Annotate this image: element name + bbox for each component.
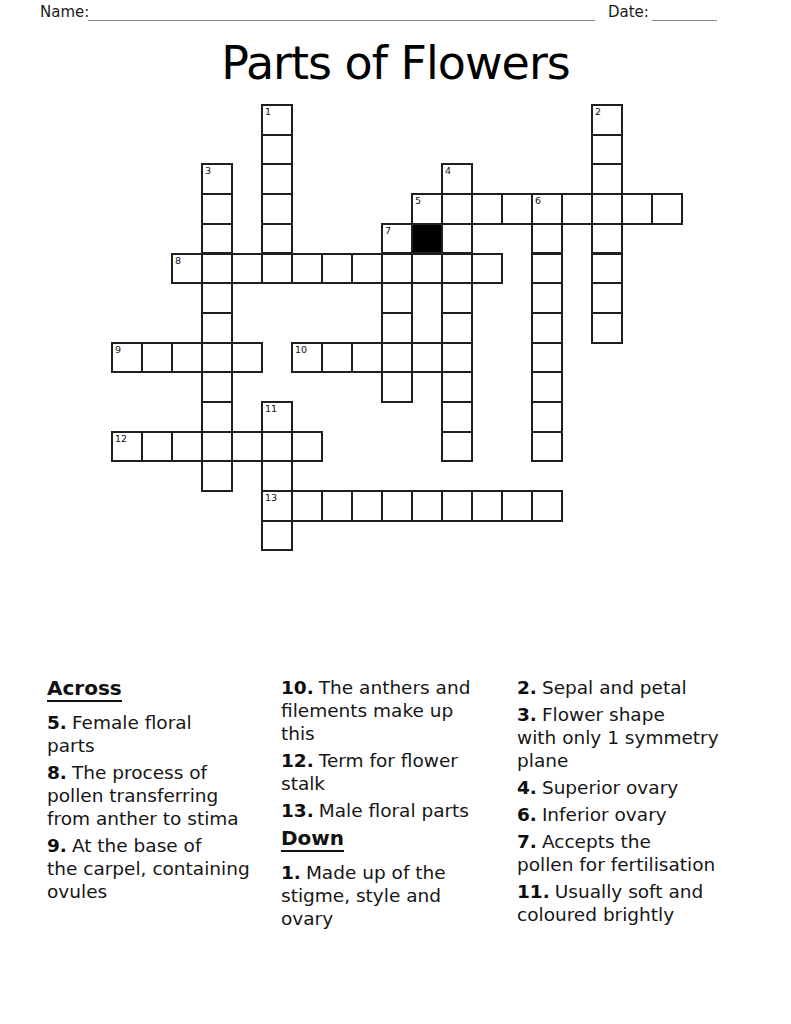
- cell-number: 7: [385, 225, 391, 236]
- clue-across-5: 5.Female floral parts: [47, 711, 283, 757]
- crossword-cell-r7c9[interactable]: [381, 312, 413, 344]
- crossword-cell-r4c5[interactable]: [261, 223, 293, 255]
- crossword-cell-r10c3[interactable]: [201, 401, 233, 433]
- crossword-cell-r3c18[interactable]: [651, 193, 683, 225]
- clue-down-4: 4.Superior ovary: [517, 776, 779, 799]
- crossword-cell-r1c16[interactable]: [591, 134, 623, 166]
- crossword-cell-r13c5[interactable]: 13: [261, 490, 293, 522]
- crossword-cell-r5c4[interactable]: [231, 253, 263, 285]
- clue-number: 12.: [281, 750, 314, 771]
- crossword-cell-r11c14[interactable]: [531, 431, 563, 463]
- crossword-cell-r13c11[interactable]: [441, 490, 473, 522]
- clue-down-6: 6.Inferior ovary: [517, 803, 779, 826]
- cell-number: 5: [415, 195, 421, 206]
- clue-down-7: 7.Accepts the pollen for fertilisation: [517, 830, 779, 876]
- crossword-cell-r8c4[interactable]: [231, 342, 263, 374]
- clue-down-3: 3.Flower shape with only 1 symmetry plan…: [517, 703, 779, 772]
- crossword-cell-r5c11[interactable]: [441, 253, 473, 285]
- clue-number: 2.: [517, 677, 537, 698]
- crossword-cell-r12c5[interactable]: [261, 460, 293, 492]
- crossword-cell-r11c4[interactable]: [231, 431, 263, 463]
- clue-number: 9.: [47, 835, 67, 856]
- clue-text: The process of pollen transferring from …: [47, 762, 239, 829]
- crossword-cell-r11c6[interactable]: [291, 431, 323, 463]
- name-label: Name:: [40, 3, 89, 21]
- crossword-cell-r11c1[interactable]: [141, 431, 173, 463]
- crossword-cell-r4c9[interactable]: 7: [381, 223, 413, 255]
- crossword-cell-r7c3[interactable]: [201, 312, 233, 344]
- crossword-cell-r13c9[interactable]: [381, 490, 413, 522]
- cell-number: 8: [175, 255, 181, 266]
- crossword-cell-r4c14[interactable]: [531, 223, 563, 255]
- crossword-cell-r11c11[interactable]: [441, 431, 473, 463]
- crossword-cell-r3c14[interactable]: 6: [531, 193, 563, 225]
- cell-number: 9: [115, 344, 121, 355]
- crossword-cell-r13c8[interactable]: [351, 490, 383, 522]
- clue-number: 13.: [281, 800, 314, 821]
- crossword-cell-r8c3[interactable]: [201, 342, 233, 374]
- crossword-cell-r5c16[interactable]: [591, 253, 623, 285]
- crossword-cell-r0c16[interactable]: 2: [591, 104, 623, 136]
- crossword-cell-r6c16[interactable]: [591, 282, 623, 314]
- clue-across-10: 10.The anthers and filements make up thi…: [281, 676, 517, 745]
- clue-column-2: 10.The anthers and filements make up thi…: [281, 676, 517, 934]
- crossword-cell-r13c14[interactable]: [531, 490, 563, 522]
- crossword-cell-r4c3[interactable]: [201, 223, 233, 255]
- crossword-cell-r8c7[interactable]: [321, 342, 353, 374]
- cell-number: 10: [295, 344, 307, 355]
- clue-text: Sepal and petal: [542, 677, 687, 698]
- crossword-cell-r5c10[interactable]: [411, 253, 443, 285]
- crossword-cell-r3c11[interactable]: [441, 193, 473, 225]
- crossword-cell-r3c15[interactable]: [561, 193, 593, 225]
- cell-number: 2: [595, 106, 601, 117]
- crossword-cell-r7c14[interactable]: [531, 312, 563, 344]
- crossword-cell-r2c16[interactable]: [591, 163, 623, 195]
- crossword-cell-r3c13[interactable]: [501, 193, 533, 225]
- clue-number: 3.: [517, 704, 537, 725]
- crossword-cell-r10c14[interactable]: [531, 401, 563, 433]
- blocked-cell: [411, 223, 443, 255]
- down-header: Down: [281, 826, 344, 852]
- clue-text: At the base of the carpel, containing ov…: [47, 835, 250, 902]
- crossword-cell-r13c6[interactable]: [291, 490, 323, 522]
- crossword-cell-r13c13[interactable]: [501, 490, 533, 522]
- cell-number: 11: [265, 403, 277, 414]
- cell-number: 1: [265, 106, 271, 117]
- clue-number: 5.: [47, 712, 67, 733]
- crossword-cell-r7c11[interactable]: [441, 312, 473, 344]
- crossword-cell-r3c5[interactable]: [261, 193, 293, 225]
- crossword-cell-r5c6[interactable]: [291, 253, 323, 285]
- clue-column-1: Across5.Female floral parts8.The process…: [47, 676, 283, 907]
- clue-number: 6.: [517, 804, 537, 825]
- crossword-cell-r9c14[interactable]: [531, 371, 563, 403]
- clue-number: 8.: [47, 762, 67, 783]
- crossword-cell-r11c3[interactable]: [201, 431, 233, 463]
- crossword-cell-r1c5[interactable]: [261, 134, 293, 166]
- crossword-cell-r4c16[interactable]: [591, 223, 623, 255]
- crossword-cell-r8c0[interactable]: 9: [111, 342, 143, 374]
- crossword-cell-r5c5[interactable]: [261, 253, 293, 285]
- crossword-cell-r2c5[interactable]: [261, 163, 293, 195]
- clue-text: Female floral parts: [47, 712, 192, 756]
- cell-number: 6: [535, 195, 541, 206]
- crossword-cell-r8c1[interactable]: [141, 342, 173, 374]
- clue-across-8: 8.The process of pollen transferring fro…: [47, 761, 283, 830]
- crossword-cell-r13c10[interactable]: [411, 490, 443, 522]
- crossword-cell-r14c5[interactable]: [261, 520, 293, 552]
- crossword-cell-r3c16[interactable]: [591, 193, 623, 225]
- across-section: Across: [47, 676, 283, 707]
- name-blank-line[interactable]: [88, 20, 595, 21]
- clue-down-11: 11.Usually soft and coloured brightly: [517, 880, 779, 926]
- crossword-cell-r12c3[interactable]: [201, 460, 233, 492]
- clue-across-9: 9.At the base of the carpel, containing …: [47, 834, 283, 903]
- crossword-cell-r6c3[interactable]: [201, 282, 233, 314]
- crossword-cell-r9c9[interactable]: [381, 371, 413, 403]
- clue-number: 10.: [281, 677, 314, 698]
- crossword-cell-r3c12[interactable]: [471, 193, 503, 225]
- crossword-cell-r5c14[interactable]: [531, 253, 563, 285]
- crossword-cell-r10c11[interactable]: [441, 401, 473, 433]
- clue-text: Flower shape with only 1 symmetry plane: [517, 704, 719, 771]
- crossword-cell-r2c3[interactable]: 3: [201, 163, 233, 195]
- crossword-cell-r3c3[interactable]: [201, 193, 233, 225]
- crossword-cell-r9c3[interactable]: [201, 371, 233, 403]
- clue-down-2: 2.Sepal and petal: [517, 676, 779, 699]
- clue-text: Made up of the stigme, style and ovary: [281, 862, 446, 929]
- across-header: Across: [47, 676, 122, 702]
- cell-number: 13: [265, 492, 277, 503]
- clue-number: 4.: [517, 777, 537, 798]
- crossword-cell-r5c9[interactable]: [381, 253, 413, 285]
- clue-text: Inferior ovary: [542, 804, 667, 825]
- crossword-cell-r5c7[interactable]: [321, 253, 353, 285]
- crossword-cell-r6c14[interactable]: [531, 282, 563, 314]
- clue-number: 1.: [281, 862, 301, 883]
- clue-down-1: 1.Made up of the stigme, style and ovary: [281, 861, 517, 930]
- cell-number: 3: [205, 165, 211, 176]
- clue-number: 11.: [517, 881, 550, 902]
- crossword-grid: 12345678910111213: [111, 104, 683, 552]
- crossword-cell-r11c0[interactable]: 12: [111, 431, 143, 463]
- clue-across-12: 12.Term for flower stalk: [281, 749, 517, 795]
- cell-number: 4: [445, 165, 451, 176]
- clue-column-3: 2.Sepal and petal3.Flower shape with onl…: [517, 676, 779, 930]
- crossword-cell-r9c11[interactable]: [441, 371, 473, 403]
- crossword-cell-r5c2[interactable]: 8: [171, 253, 203, 285]
- crossword-cell-r8c6[interactable]: 10: [291, 342, 323, 374]
- crossword-cell-r8c11[interactable]: [441, 342, 473, 374]
- crossword-cell-r11c2[interactable]: [171, 431, 203, 463]
- clue-text: Accepts the pollen for fertilisation: [517, 831, 715, 875]
- clue-text: Male floral parts: [319, 800, 469, 821]
- date-label: Date:: [608, 3, 649, 21]
- crossword-cell-r8c14[interactable]: [531, 342, 563, 374]
- down-section: Down: [281, 826, 517, 857]
- crossword-cell-r4c11[interactable]: [441, 223, 473, 255]
- clue-text: Superior ovary: [542, 777, 678, 798]
- crossword-cell-r7c16[interactable]: [591, 312, 623, 344]
- crossword-cell-r8c8[interactable]: [351, 342, 383, 374]
- worksheet-page: { "game": "crossword", "title": "Parts o…: [0, 0, 791, 1024]
- crossword-cell-r8c10[interactable]: [411, 342, 443, 374]
- crossword-cell-r8c9[interactable]: [381, 342, 413, 374]
- cell-number: 12: [115, 433, 127, 444]
- page-title: Parts of Flowers: [0, 36, 791, 90]
- crossword-cell-r13c7[interactable]: [321, 490, 353, 522]
- crossword-cell-r3c17[interactable]: [621, 193, 653, 225]
- date-blank-line[interactable]: [652, 20, 717, 21]
- crossword-cell-r0c5[interactable]: 1: [261, 104, 293, 136]
- crossword-cell-r6c9[interactable]: [381, 282, 413, 314]
- crossword-cell-r13c12[interactable]: [471, 490, 503, 522]
- crossword-cell-r8c2[interactable]: [171, 342, 203, 374]
- crossword-cell-r5c12[interactable]: [471, 253, 503, 285]
- crossword-cell-r2c11[interactable]: 4: [441, 163, 473, 195]
- crossword-cell-r6c11[interactable]: [441, 282, 473, 314]
- clue-number: 7.: [517, 831, 537, 852]
- crossword-cell-r5c8[interactable]: [351, 253, 383, 285]
- crossword-cell-r10c5[interactable]: 11: [261, 401, 293, 433]
- clue-across-13: 13.Male floral parts: [281, 799, 517, 822]
- crossword-cell-r3c10[interactable]: 5: [411, 193, 443, 225]
- crossword-cell-r11c5[interactable]: [261, 431, 293, 463]
- crossword-cell-r5c3[interactable]: [201, 253, 233, 285]
